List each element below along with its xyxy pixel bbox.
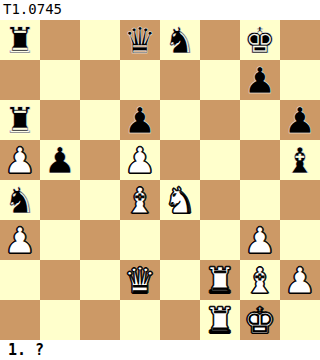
square-d7[interactable] [120, 60, 160, 100]
piece-black-pawn[interactable]: ♟ [120, 100, 160, 140]
piece-white-pawn[interactable]: ♟ [120, 140, 160, 180]
square-c2[interactable] [80, 260, 120, 300]
square-d2[interactable]: ♛ [120, 260, 160, 300]
square-e1[interactable] [160, 300, 200, 340]
square-a8[interactable]: ♜ [0, 20, 40, 60]
square-a1[interactable] [0, 300, 40, 340]
square-g7[interactable]: ♟ [240, 60, 280, 100]
square-e5[interactable] [160, 140, 200, 180]
square-a4[interactable]: ♞ [0, 180, 40, 220]
square-b1[interactable] [40, 300, 80, 340]
piece-black-pawn[interactable]: ♟ [280, 100, 320, 140]
square-g3[interactable]: ♟ [240, 220, 280, 260]
square-e6[interactable] [160, 100, 200, 140]
piece-white-rook[interactable]: ♜ [200, 300, 240, 340]
piece-black-pawn[interactable]: ♟ [240, 60, 280, 100]
square-h5[interactable]: ♝ [280, 140, 320, 180]
piece-white-pawn[interactable]: ♟ [0, 140, 40, 180]
square-d8[interactable]: ♛ [120, 20, 160, 60]
square-f5[interactable] [200, 140, 240, 180]
square-b5[interactable]: ♟ [40, 140, 80, 180]
square-h8[interactable] [280, 20, 320, 60]
square-h3[interactable] [280, 220, 320, 260]
square-g2[interactable]: ♝ [240, 260, 280, 300]
square-c1[interactable] [80, 300, 120, 340]
square-c3[interactable] [80, 220, 120, 260]
square-b4[interactable] [40, 180, 80, 220]
piece-white-king[interactable]: ♚ [240, 300, 280, 340]
square-a2[interactable] [0, 260, 40, 300]
square-d5[interactable]: ♟ [120, 140, 160, 180]
piece-black-queen[interactable]: ♛ [120, 20, 160, 60]
square-h4[interactable] [280, 180, 320, 220]
square-e8[interactable]: ♞ [160, 20, 200, 60]
square-e7[interactable] [160, 60, 200, 100]
square-f1[interactable]: ♜ [200, 300, 240, 340]
square-g1[interactable]: ♚ [240, 300, 280, 340]
piece-white-bishop[interactable]: ♝ [120, 180, 160, 220]
square-f8[interactable] [200, 20, 240, 60]
square-c8[interactable] [80, 20, 120, 60]
square-g8[interactable]: ♚ [240, 20, 280, 60]
square-c5[interactable] [80, 140, 120, 180]
move-prompt: 1. ? [0, 340, 320, 360]
piece-black-rook[interactable]: ♜ [0, 100, 40, 140]
square-f7[interactable] [200, 60, 240, 100]
square-f3[interactable] [200, 220, 240, 260]
square-h6[interactable]: ♟ [280, 100, 320, 140]
square-c4[interactable] [80, 180, 120, 220]
square-b2[interactable] [40, 260, 80, 300]
square-b3[interactable] [40, 220, 80, 260]
square-d4[interactable]: ♝ [120, 180, 160, 220]
puzzle-title: T1.0745 [0, 0, 320, 20]
piece-black-king[interactable]: ♚ [240, 20, 280, 60]
piece-white-knight[interactable]: ♞ [160, 180, 200, 220]
piece-white-bishop[interactable]: ♝ [240, 260, 280, 300]
square-e4[interactable]: ♞ [160, 180, 200, 220]
square-d1[interactable] [120, 300, 160, 340]
square-c6[interactable] [80, 100, 120, 140]
square-a7[interactable] [0, 60, 40, 100]
square-g5[interactable] [240, 140, 280, 180]
square-f6[interactable] [200, 100, 240, 140]
piece-white-queen[interactable]: ♛ [120, 260, 160, 300]
square-e2[interactable] [160, 260, 200, 300]
square-f4[interactable] [200, 180, 240, 220]
square-h7[interactable] [280, 60, 320, 100]
piece-black-knight[interactable]: ♞ [0, 180, 40, 220]
square-f2[interactable]: ♜ [200, 260, 240, 300]
square-d3[interactable] [120, 220, 160, 260]
puzzle-window: T1.0745 ♜♛♞♚♟♜♟♟♟♟♟♝♞♝♞♟♟♛♜♝♟♜♚ 1. ? [0, 0, 320, 360]
square-b7[interactable] [40, 60, 80, 100]
square-b8[interactable] [40, 20, 80, 60]
square-c7[interactable] [80, 60, 120, 100]
piece-white-rook[interactable]: ♜ [200, 260, 240, 300]
piece-white-pawn[interactable]: ♟ [280, 260, 320, 300]
square-a5[interactable]: ♟ [0, 140, 40, 180]
piece-white-pawn[interactable]: ♟ [0, 220, 40, 260]
square-a6[interactable]: ♜ [0, 100, 40, 140]
chess-board: ♜♛♞♚♟♜♟♟♟♟♟♝♞♝♞♟♟♛♜♝♟♜♚ [0, 20, 320, 340]
square-b6[interactable] [40, 100, 80, 140]
piece-white-pawn[interactable]: ♟ [240, 220, 280, 260]
square-g6[interactable] [240, 100, 280, 140]
piece-black-bishop[interactable]: ♝ [280, 140, 320, 180]
square-h1[interactable] [280, 300, 320, 340]
square-g4[interactable] [240, 180, 280, 220]
piece-black-knight[interactable]: ♞ [160, 20, 200, 60]
square-e3[interactable] [160, 220, 200, 260]
piece-black-rook[interactable]: ♜ [0, 20, 40, 60]
square-d6[interactable]: ♟ [120, 100, 160, 140]
square-h2[interactable]: ♟ [280, 260, 320, 300]
square-a3[interactable]: ♟ [0, 220, 40, 260]
piece-black-pawn[interactable]: ♟ [40, 140, 80, 180]
